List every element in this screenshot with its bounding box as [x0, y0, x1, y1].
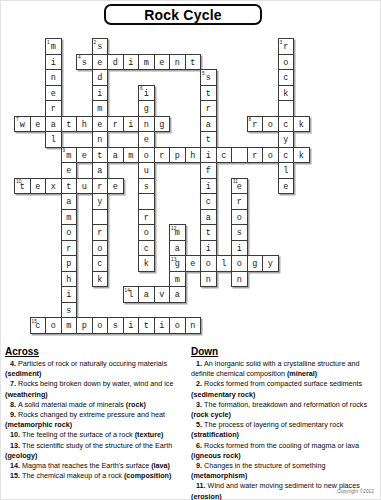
grid-cell-r12c12[interactable]: t [200, 224, 217, 241]
cell-letter: c [283, 72, 288, 83]
grid-cell-r3c5[interactable]: i [92, 85, 109, 102]
cell-letter: e [66, 165, 71, 176]
grid-cell-r12c10[interactable]: 12m [169, 224, 186, 241]
clue-across-10: 10. The feeling of the surface of a rock… [5, 430, 189, 440]
cell-letter: e [35, 119, 40, 130]
clue-number-label: 7. [10, 379, 18, 388]
grid-cell-r14c11[interactable]: e [185, 255, 202, 272]
grid-cell-r3c12[interactable]: t [200, 85, 217, 102]
across-clues-section: Across 4. Particles of rock or naturally… [5, 346, 189, 481]
cell-letter: e [35, 181, 40, 192]
grid-cell-r5c4[interactable]: h [76, 116, 93, 133]
grid-cell-r14c15[interactable]: g [247, 255, 264, 272]
cell-letter: c [283, 150, 288, 161]
clue-answer: (igneous rock) [191, 451, 241, 460]
cell-letter: f [206, 165, 211, 176]
grid-cell-r15c14[interactable]: n [231, 271, 248, 288]
cell-letter: a [144, 289, 149, 300]
grid-cell-r5c17[interactable]: c [278, 116, 295, 133]
grid-cell-r5c12[interactable]: a [200, 116, 217, 133]
grid-cell-r7c3[interactable]: 9m [61, 147, 78, 164]
clue-across-15: 15. The chemical makeup of a rock (compo… [5, 471, 189, 481]
cell-letter: i [144, 88, 149, 99]
cell-letter: r [237, 196, 242, 207]
grid-cell-r16c10[interactable]: a [169, 286, 186, 303]
cell-letter: t [66, 119, 71, 130]
cell-letter: i [66, 289, 71, 300]
grid-cell-r9c14[interactable]: 11e [231, 178, 248, 195]
cell-letter: h [82, 119, 87, 130]
grid-cell-r7c7[interactable]: m [123, 147, 140, 164]
grid-cell-r18c8[interactable]: t [138, 317, 155, 334]
grid-cell-r18c5[interactable]: o [92, 317, 109, 334]
clue-number-11: 11 [233, 179, 238, 184]
grid-cell-r14c13[interactable]: l [216, 255, 233, 272]
grid-cell-r5c16[interactable]: o [262, 116, 279, 133]
grid-cell-r5c5[interactable]: e [92, 116, 109, 133]
cell-letter: r [144, 212, 149, 223]
cell-letter: a [66, 196, 71, 207]
cell-letter: a [206, 119, 211, 130]
cell-letter: n [206, 274, 211, 285]
clue-answer: (texture) [135, 430, 164, 439]
grid-cell-r0c17[interactable]: 3r [278, 38, 295, 55]
grid-cell-r7c12[interactable]: i [200, 147, 217, 164]
grid-cell-r1c7[interactable]: i [123, 54, 140, 71]
grid-cell-r16c3[interactable]: i [61, 286, 78, 303]
grid-cell-r11c3[interactable]: m [61, 209, 78, 226]
grid-cell-r8c8[interactable]: u [138, 162, 155, 179]
cell-letter: e [283, 181, 288, 192]
grid-cell-r7c5[interactable]: t [92, 147, 109, 164]
cell-letter: r [252, 150, 257, 161]
cell-letter: t [206, 227, 211, 238]
cell-letter: s [113, 320, 118, 331]
grid-cell-r13c3[interactable]: r [61, 240, 78, 257]
cell-letter: t [97, 150, 102, 161]
cell-letter: o [268, 150, 273, 161]
cell-letter: r [252, 119, 257, 130]
clue-answer: (sediment) [5, 369, 41, 378]
cell-letter: a [97, 165, 102, 176]
grid-cell-r3c2[interactable]: e [45, 85, 62, 102]
grid-cell-r9c4[interactable]: u [76, 178, 93, 195]
cell-letter: i [206, 150, 211, 161]
clue-across-7: 7. Rocks being broken down by water, win… [5, 379, 189, 399]
grid-cell-r18c9[interactable]: i [154, 317, 171, 334]
cell-letter: k [283, 88, 288, 99]
clue-number-15: 15 [32, 319, 37, 324]
grid-cell-r0c5[interactable]: 2s [92, 38, 109, 55]
grid-cell-r18c11[interactable]: n [185, 317, 202, 334]
clue-number-label: 8. [10, 400, 18, 409]
grid-cell-r7c13[interactable]: c [216, 147, 233, 164]
cell-letter: a [113, 150, 118, 161]
cell-letter: e [51, 88, 56, 99]
cell-letter: x [51, 181, 56, 192]
clue-number-label: 5. [196, 420, 204, 429]
cell-letter: r [66, 243, 71, 254]
grid-cell-r10c14[interactable]: r [231, 193, 248, 210]
across-heading: Across [5, 346, 189, 357]
cell-letter: t [66, 181, 71, 192]
clue-number-5: 5 [202, 71, 205, 76]
grid-cell-r14c12[interactable]: o [200, 255, 217, 272]
grid-cell-r16c8[interactable]: a [138, 286, 155, 303]
grid-cell-r5c3[interactable]: t [61, 116, 78, 133]
cell-letter: l [221, 258, 226, 269]
cell-letter: c [206, 196, 211, 207]
grid-cell-r13c5[interactable]: o [92, 240, 109, 257]
cell-letter: e [113, 181, 118, 192]
grid-cell-r7c6[interactable]: a [107, 147, 124, 164]
cell-letter: o [66, 227, 71, 238]
down-clues-section: Down 1. An inorganic solid with a crysta… [191, 346, 380, 500]
grid-cell-r14c5[interactable]: c [92, 255, 109, 272]
grid-cell-r15c5[interactable]: k [92, 271, 109, 288]
grid-cell-r10c5[interactable]: y [92, 193, 109, 210]
cell-letter: m [51, 41, 56, 52]
clue-number-9: 9 [63, 148, 66, 153]
cell-letter: s [82, 57, 87, 68]
grid-cell-r5c8[interactable]: n [138, 116, 155, 133]
cell-letter: o [268, 119, 273, 130]
cell-letter: t [206, 88, 211, 99]
cell-letter: e [82, 150, 87, 161]
cell-letter: m [66, 150, 71, 161]
clue-answer: (weathering) [5, 390, 48, 399]
grid-cell-r15c3[interactable]: h [61, 271, 78, 288]
clue-answer: (rock) [126, 400, 146, 409]
cell-letter: c [283, 119, 288, 130]
copyright-text: Copyright ©2012 [337, 489, 374, 494]
cell-letter: r [113, 119, 118, 130]
down-clue-list: 1. An inorganic solid with a crystalline… [191, 359, 380, 500]
cell-letter: i [206, 181, 211, 192]
grid-cell-r18c3[interactable]: m [61, 317, 78, 334]
clue-answer: (erosion) [191, 492, 222, 500]
clue-number-label: 14. [10, 461, 22, 470]
cell-letter: w [20, 119, 25, 130]
cell-letter: i [159, 320, 164, 331]
cell-letter: o [51, 320, 56, 331]
cell-letter: n [237, 274, 242, 285]
grid-cell-r18c7[interactable]: i [123, 317, 140, 334]
grid-cell-r2c5[interactable]: d [92, 69, 109, 86]
grid-cell-r8c3[interactable]: e [61, 162, 78, 179]
grid-cell-r7c18[interactable]: k [293, 147, 310, 164]
clue-answer: (lava) [151, 461, 170, 470]
cell-letter: o [97, 243, 102, 254]
cell-letter: y [97, 196, 102, 207]
worksheet-page: Rock Cycle 1m2s3ri4sedimentond5scei6itkr… [0, 0, 381, 500]
grid-cell-r3c8[interactable]: 6i [138, 85, 155, 102]
cell-letter: o [97, 320, 102, 331]
grid-cell-r9c5[interactable]: r [92, 178, 109, 195]
cell-letter: l [51, 134, 56, 145]
grid-cell-r16c9[interactable]: v [154, 286, 171, 303]
clue-answer: (metamorphic rock) [5, 420, 72, 429]
grid-cell-r9c12[interactable]: i [200, 178, 217, 195]
cell-letter: o [206, 258, 211, 269]
cell-letter: n [144, 119, 149, 130]
cell-letter: r [159, 150, 164, 161]
grid-cell-r18c6[interactable]: s [107, 317, 124, 334]
grid-cell-r9c0[interactable]: 10t [14, 178, 31, 195]
cell-letter: r [283, 41, 288, 52]
grid-cell-r15c10[interactable]: m [169, 271, 186, 288]
grid-cell-r7c9[interactable]: r [154, 147, 171, 164]
grid-cell-r7c15[interactable]: r [247, 147, 264, 164]
page-title: Rock Cycle [144, 7, 221, 23]
cell-letter: i [206, 243, 211, 254]
grid-cell-r5c15[interactable]: 8r [247, 116, 264, 133]
grid-cell-r1c17[interactable]: o [278, 54, 295, 71]
grid-cell-r5c9[interactable]: g [154, 116, 171, 133]
clue-number-3: 3 [280, 40, 283, 45]
grid-cell-r4c12[interactable]: r [200, 100, 217, 117]
cell-letter: t [144, 320, 149, 331]
cell-letter: k [299, 150, 304, 161]
clue-number-label: 4. [10, 359, 18, 368]
grid-cell-r3c17[interactable]: k [278, 85, 295, 102]
clue-number-label: 10. [10, 430, 22, 439]
cell-letter: g [252, 258, 257, 269]
grid-cell-r13c10[interactable]: a [169, 240, 186, 257]
grid-cell-r18c1[interactable]: 15c [30, 317, 47, 334]
cell-letter: a [175, 289, 180, 300]
cell-letter: e [97, 119, 102, 130]
grid-cell-r2c12[interactable]: 5s [200, 69, 217, 86]
cell-letter: e [144, 134, 149, 145]
grid-cell-r6c17[interactable]: y [278, 131, 295, 148]
grid-cell-r1c4[interactable]: 4s [76, 54, 93, 71]
cell-letter: r [206, 103, 211, 114]
grid-cell-r7c14[interactable] [231, 147, 248, 164]
clue-down-9: 9. Changes in the structure of something… [191, 461, 380, 481]
cell-letter: s [206, 72, 211, 83]
clue-down-5: 5. The process of layering of sedimentar… [191, 420, 380, 440]
grid-cell-r7c17[interactable]: c [278, 147, 295, 164]
cell-letter: i [97, 88, 102, 99]
grid-cell-r11c8[interactable]: r [138, 209, 155, 226]
cell-letter: r [97, 181, 102, 192]
grid-cell-r18c4[interactable]: p [76, 317, 93, 334]
cell-letter: c [144, 243, 149, 254]
grid-cell-r14c10[interactable]: 13g [169, 255, 186, 272]
cell-letter: e [190, 258, 195, 269]
cell-letter: m [97, 103, 102, 114]
grid-cell-r8c17[interactable]: l [278, 162, 295, 179]
clue-across-8: 8. A solid material made of minerals (ro… [5, 400, 189, 410]
clue-number-14: 14 [125, 288, 130, 293]
clue-number-6: 6 [140, 86, 143, 91]
clue-number-7: 7 [16, 117, 19, 122]
down-heading: Down [191, 346, 380, 357]
grid-cell-r2c2[interactable]: n [45, 69, 62, 86]
grid-cell-r9c1[interactable]: e [30, 178, 47, 195]
grid-cell-r1c6[interactable]: d [107, 54, 124, 71]
clue-number-2: 2 [94, 40, 97, 45]
clue-across-14: 14. Magma that reaches the Earth's surfa… [5, 461, 189, 471]
grid-cell-r9c6[interactable]: e [107, 178, 124, 195]
cell-letter: y [268, 258, 273, 269]
clue-down-2: 2. Rocks formed from compacted surface s… [191, 379, 380, 399]
grid-cell-r7c11[interactable]: h [185, 147, 202, 164]
grid-cell-r5c0[interactable]: 7w [14, 116, 31, 133]
clue-answer: (rock cycle) [191, 410, 231, 419]
clue-answer: (mineral) [287, 369, 317, 378]
grid-cell-r10c8[interactable] [138, 193, 155, 210]
grid-cell-r18c2[interactable]: o [45, 317, 62, 334]
cell-letter: n [97, 134, 102, 145]
clue-number-label: 11. [196, 481, 208, 490]
cell-letter: n [190, 320, 195, 331]
grid-cell-r15c12[interactable]: n [200, 271, 217, 288]
grid-cell-r12c8[interactable]: o [138, 224, 155, 241]
cell-letter: o [237, 258, 242, 269]
cell-letter: o [144, 227, 149, 238]
grid-cell-r7c16[interactable]: o [262, 147, 279, 164]
cell-letter: p [82, 320, 87, 331]
grid-cell-r5c1[interactable]: e [30, 116, 47, 133]
grid-cell-r12c14[interactable]: s [231, 224, 248, 241]
cell-letter: e [97, 57, 102, 68]
grid-cell-r9c17[interactable]: e [278, 178, 295, 195]
cell-letter: m [175, 274, 180, 285]
cell-letter: m [128, 150, 133, 161]
clue-number-label: 2. [196, 379, 204, 388]
grid-cell-r14c3[interactable]: p [61, 255, 78, 272]
cell-letter: s [144, 181, 149, 192]
grid-cell-r12c5[interactable]: r [92, 224, 109, 241]
grid-cell-r9c3[interactable]: t [61, 178, 78, 195]
cell-letter: v [159, 289, 164, 300]
clue-down-3: 3. The formation, breakdown and reformat… [191, 400, 380, 420]
cell-letter: m [144, 57, 149, 68]
grid-cell-r6c5[interactable]: n [92, 131, 109, 148]
grid-cell-r11c12[interactable]: a [200, 209, 217, 226]
clue-number-label: 15. [10, 471, 22, 480]
cell-letter: n [51, 72, 56, 83]
cell-letter: a [51, 119, 56, 130]
grid-cell-r7c10[interactable]: p [169, 147, 186, 164]
grid-cell-r5c6[interactable]: r [107, 116, 124, 133]
grid-cell-r13c12[interactable]: i [200, 240, 217, 257]
cell-letter: n [175, 57, 180, 68]
cell-letter: s [66, 305, 71, 316]
clue-number-label: 6. [196, 441, 204, 450]
cell-letter: m [66, 212, 71, 223]
grid-cell-r6c12[interactable]: t [200, 131, 217, 148]
clue-number-4: 4 [78, 55, 81, 60]
grid-cell-r1c2[interactable]: i [45, 54, 62, 71]
grid-cell-r7c4[interactable]: e [76, 147, 93, 164]
cell-letter: g [159, 119, 164, 130]
clue-answer: (sedimentary rock) [191, 390, 255, 399]
grid-cell-r16c7[interactable]: 14l [123, 286, 140, 303]
cell-letter: i [128, 57, 133, 68]
clue-number-label: 9. [196, 461, 204, 470]
clue-number-13: 13 [171, 257, 176, 262]
grid-cell-r17c3[interactable]: s [61, 302, 78, 319]
grid-cell-r5c18[interactable]: k [293, 116, 310, 133]
grid-cell-r12c3[interactable]: o [61, 224, 78, 241]
cell-letter: d [113, 57, 118, 68]
grid-cell-r14c16[interactable]: y [262, 255, 279, 272]
grid-cell-r10c12[interactable]: c [200, 193, 217, 210]
grid-cell-r0c2[interactable]: 1m [45, 38, 62, 55]
cell-letter: p [175, 150, 180, 161]
cell-letter: r [97, 227, 102, 238]
cell-letter: d [97, 72, 102, 83]
cell-letter: l [283, 165, 288, 176]
grid-cell-r1c11[interactable]: t [185, 54, 202, 71]
grid-cell-r7c8[interactable]: o [138, 147, 155, 164]
grid-cell-r1c8[interactable]: m [138, 54, 155, 71]
grid-cell-r4c8[interactable]: g [138, 100, 155, 117]
cell-letter: u [82, 181, 87, 192]
grid-cell-r9c2[interactable]: x [45, 178, 62, 195]
grid-cell-r5c7[interactable]: i [123, 116, 140, 133]
cell-letter: u [144, 165, 149, 176]
clue-number-label: 13. [10, 441, 22, 450]
grid-cell-r4c2[interactable]: r [45, 100, 62, 117]
clue-answer: (composition) [124, 471, 172, 480]
cell-letter: s [97, 41, 102, 52]
grid-cell-r1c5[interactable]: e [92, 54, 109, 71]
grid-cell-r14c8[interactable]: k [138, 255, 155, 272]
cell-letter: a [206, 212, 211, 223]
grid-cell-r1c10[interactable]: n [169, 54, 186, 71]
cell-letter: s [237, 227, 242, 238]
clue-number-label: 1. [196, 359, 204, 368]
grid-cell-r4c5[interactable]: m [92, 100, 109, 117]
grid-cell-r8c5[interactable]: a [92, 162, 109, 179]
grid-cell-r11c5[interactable] [92, 209, 109, 226]
grid-cell-r11c14[interactable]: o [231, 209, 248, 226]
grid-cell-r18c10[interactable]: o [169, 317, 186, 334]
cell-letter: o [283, 57, 288, 68]
cell-letter: c [97, 258, 102, 269]
grid-cell-r2c17[interactable]: c [278, 69, 295, 86]
across-clue-list: 4. Particles of rock or naturally occuri… [5, 359, 189, 481]
clue-number-10: 10 [16, 179, 21, 184]
title-box: Rock Cycle [104, 4, 262, 25]
cell-letter: g [144, 103, 149, 114]
cell-letter: h [66, 274, 71, 285]
grid-cell-r5c2[interactable]: a [45, 116, 62, 133]
grid-cell-r10c3[interactable]: a [61, 193, 78, 210]
grid-cell-r1c9[interactable]: e [154, 54, 171, 71]
grid-cell-r8c12[interactable]: f [200, 162, 217, 179]
grid-cell-r6c2[interactable]: l [45, 131, 62, 148]
grid-cell-r6c8[interactable]: e [138, 131, 155, 148]
clue-down-6: 6. Rocks formed from the cooling of magm… [191, 441, 380, 461]
grid-cell-r13c8[interactable]: c [138, 240, 155, 257]
grid-cell-r4c17[interactable] [278, 100, 295, 117]
cell-letter: c [221, 150, 226, 161]
crossword-grid: 1m2s3ri4sedimentond5scei6itkrmgr7weather… [14, 38, 310, 334]
clue-number-1: 1 [47, 40, 50, 45]
clue-answer: (geology) [5, 451, 37, 460]
cell-letter: o [237, 212, 242, 223]
cell-letter: k [97, 274, 102, 285]
grid-cell-r14c14[interactable]: o [231, 255, 248, 272]
grid-cell-r9c8[interactable]: s [138, 178, 155, 195]
clue-number-label: 9. [10, 410, 18, 419]
grid-cell-r13c14[interactable]: i [231, 240, 248, 257]
